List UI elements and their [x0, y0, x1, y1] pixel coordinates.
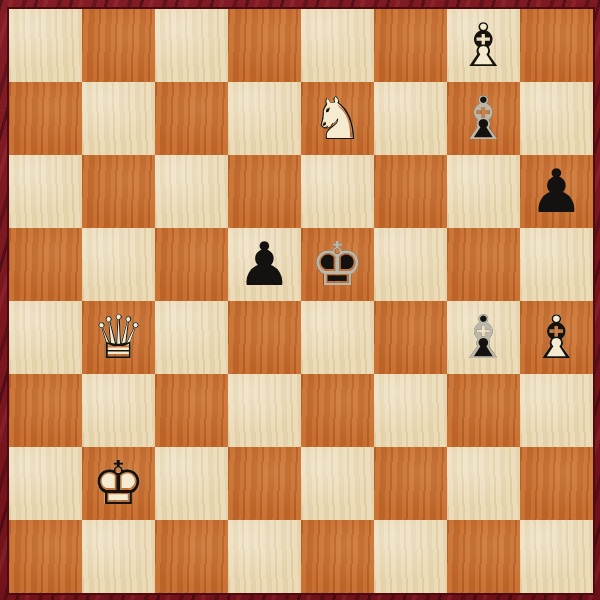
black-bishop: ♝♗ [447, 82, 520, 155]
square-g6[interactable] [447, 155, 520, 228]
square-a3[interactable] [9, 374, 82, 447]
black-bishop-outline: ♗ [457, 301, 511, 374]
black-bishop: ♝♗ [447, 301, 520, 374]
square-g2[interactable] [447, 447, 520, 520]
square-f8[interactable] [374, 9, 447, 82]
white-knight-outline: ♘ [311, 82, 365, 155]
square-d3[interactable] [228, 374, 301, 447]
board-frame: ♝♗♞♘♝♗♟♙♟♙♚♔♛♕♝♗♝♗♚♔ [0, 0, 600, 600]
white-knight: ♞♘ [301, 82, 374, 155]
square-a6[interactable] [9, 155, 82, 228]
square-b8[interactable] [82, 9, 155, 82]
square-h6[interactable]: ♟♙ [520, 155, 593, 228]
square-a4[interactable] [9, 301, 82, 374]
white-bishop-glyph: ♝ [457, 9, 511, 82]
white-bishop: ♝♗ [520, 301, 593, 374]
square-h8[interactable] [520, 9, 593, 82]
square-h2[interactable] [520, 447, 593, 520]
square-c4[interactable] [155, 301, 228, 374]
square-f7[interactable] [374, 82, 447, 155]
white-bishop: ♝♗ [447, 9, 520, 82]
black-pawn-glyph: ♟ [238, 228, 292, 301]
black-pawn: ♟♙ [228, 228, 301, 301]
square-f5[interactable] [374, 228, 447, 301]
square-b1[interactable] [82, 520, 155, 593]
square-d6[interactable] [228, 155, 301, 228]
square-b5[interactable] [82, 228, 155, 301]
square-e2[interactable] [301, 447, 374, 520]
white-king: ♚♔ [82, 447, 155, 520]
square-d2[interactable] [228, 447, 301, 520]
square-g7[interactable]: ♝♗ [447, 82, 520, 155]
square-c1[interactable] [155, 520, 228, 593]
square-e7[interactable]: ♞♘ [301, 82, 374, 155]
chess-board: ♝♗♞♘♝♗♟♙♟♙♚♔♛♕♝♗♝♗♚♔ [9, 9, 593, 593]
square-f4[interactable] [374, 301, 447, 374]
square-b3[interactable] [82, 374, 155, 447]
square-c6[interactable] [155, 155, 228, 228]
white-bishop-glyph: ♝ [530, 301, 584, 374]
square-e4[interactable] [301, 301, 374, 374]
black-king: ♚♔ [301, 228, 374, 301]
black-king-glyph: ♚ [311, 228, 365, 301]
square-e3[interactable] [301, 374, 374, 447]
square-h4[interactable]: ♝♗ [520, 301, 593, 374]
square-f2[interactable] [374, 447, 447, 520]
square-b6[interactable] [82, 155, 155, 228]
square-d7[interactable] [228, 82, 301, 155]
white-knight-glyph: ♞ [311, 82, 365, 155]
square-h5[interactable] [520, 228, 593, 301]
square-e6[interactable] [301, 155, 374, 228]
square-c3[interactable] [155, 374, 228, 447]
square-g1[interactable] [447, 520, 520, 593]
square-h1[interactable] [520, 520, 593, 593]
square-a5[interactable] [9, 228, 82, 301]
black-bishop-outline: ♗ [457, 82, 511, 155]
black-king-outline: ♔ [311, 228, 365, 301]
square-h3[interactable] [520, 374, 593, 447]
white-queen: ♛♕ [82, 301, 155, 374]
square-d1[interactable] [228, 520, 301, 593]
square-f3[interactable] [374, 374, 447, 447]
white-bishop-outline: ♗ [457, 9, 511, 82]
square-e1[interactable] [301, 520, 374, 593]
square-c2[interactable] [155, 447, 228, 520]
square-f1[interactable] [374, 520, 447, 593]
square-a1[interactable] [9, 520, 82, 593]
white-queen-outline: ♕ [92, 301, 146, 374]
square-f6[interactable] [374, 155, 447, 228]
square-h7[interactable] [520, 82, 593, 155]
square-a2[interactable] [9, 447, 82, 520]
black-pawn-glyph: ♟ [530, 155, 584, 228]
white-king-glyph: ♚ [92, 447, 146, 520]
square-c7[interactable] [155, 82, 228, 155]
square-b2[interactable]: ♚♔ [82, 447, 155, 520]
square-d8[interactable] [228, 9, 301, 82]
square-d5[interactable]: ♟♙ [228, 228, 301, 301]
square-g4[interactable]: ♝♗ [447, 301, 520, 374]
white-king-outline: ♔ [92, 447, 146, 520]
white-bishop-outline: ♗ [530, 301, 584, 374]
square-c8[interactable] [155, 9, 228, 82]
square-g8[interactable]: ♝♗ [447, 9, 520, 82]
square-e5[interactable]: ♚♔ [301, 228, 374, 301]
square-b4[interactable]: ♛♕ [82, 301, 155, 374]
black-bishop-glyph: ♝ [457, 301, 511, 374]
white-queen-glyph: ♛ [92, 301, 146, 374]
square-g3[interactable] [447, 374, 520, 447]
black-bishop-glyph: ♝ [457, 82, 511, 155]
black-pawn: ♟♙ [520, 155, 593, 228]
square-d4[interactable] [228, 301, 301, 374]
square-a7[interactable] [9, 82, 82, 155]
square-b7[interactable] [82, 82, 155, 155]
square-a8[interactable] [9, 9, 82, 82]
square-g5[interactable] [447, 228, 520, 301]
square-e8[interactable] [301, 9, 374, 82]
square-c5[interactable] [155, 228, 228, 301]
